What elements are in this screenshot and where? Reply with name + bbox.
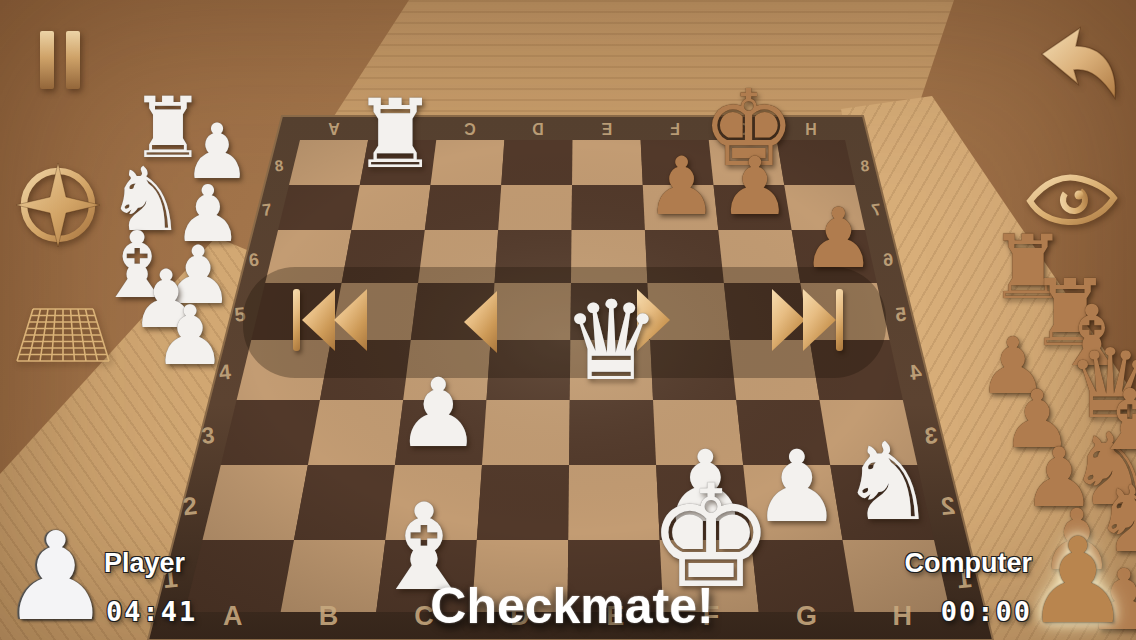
computer-clock: 00:00 bbox=[941, 598, 1032, 625]
eye-icon bbox=[1030, 178, 1114, 223]
computer-name: Computer bbox=[905, 550, 1033, 577]
square-a1[interactable] bbox=[185, 540, 294, 612]
square-e8[interactable] bbox=[572, 140, 643, 185]
chess-app-screen: AABBCCDDEEFFGGHH8877665544332211 ♜♚♟♟♟♛♟… bbox=[0, 0, 1136, 640]
square-h2[interactable] bbox=[830, 465, 934, 540]
square-h7[interactable] bbox=[784, 185, 865, 230]
compass-star-icon bbox=[16, 163, 100, 247]
undo-icon bbox=[1042, 28, 1115, 98]
square-c7[interactable] bbox=[425, 185, 501, 230]
square-g8[interactable] bbox=[709, 140, 785, 185]
eye-pupil-dot bbox=[1075, 191, 1084, 200]
square-g7[interactable] bbox=[714, 185, 792, 230]
square-b1[interactable] bbox=[281, 540, 386, 612]
square-e7[interactable] bbox=[572, 185, 645, 230]
undo-button[interactable] bbox=[1032, 20, 1124, 102]
compass-button[interactable] bbox=[13, 160, 103, 250]
square-g1[interactable] bbox=[751, 540, 854, 612]
square-b2[interactable] bbox=[294, 465, 395, 540]
board-2d-button[interactable] bbox=[15, 305, 111, 367]
square-d8[interactable] bbox=[501, 140, 572, 185]
pause-button[interactable] bbox=[40, 31, 98, 89]
square-g2[interactable] bbox=[743, 465, 842, 540]
gold-pawn-badge: ♟ bbox=[1025, 522, 1131, 640]
square-e2[interactable] bbox=[568, 465, 659, 540]
square-a8[interactable] bbox=[289, 140, 368, 185]
pause-icon bbox=[40, 31, 54, 89]
square-d3[interactable] bbox=[482, 400, 570, 465]
square-f2[interactable] bbox=[656, 465, 751, 540]
checkmate-banner: Checkmate! bbox=[430, 577, 713, 635]
white-pawn-badge: ♟ bbox=[1, 516, 110, 638]
square-a2[interactable] bbox=[203, 465, 308, 540]
board-2d-icon bbox=[17, 309, 109, 361]
square-c2[interactable] bbox=[385, 465, 482, 540]
square-a3[interactable] bbox=[221, 400, 320, 465]
square-a7[interactable] bbox=[278, 185, 360, 230]
square-b8[interactable] bbox=[360, 140, 436, 185]
square-b3[interactable] bbox=[308, 400, 403, 465]
square-f7[interactable] bbox=[643, 185, 719, 230]
square-c8[interactable] bbox=[431, 140, 505, 185]
eye-button[interactable] bbox=[1026, 174, 1118, 226]
square-d2[interactable] bbox=[477, 465, 569, 540]
square-e3[interactable] bbox=[569, 400, 656, 465]
pause-icon bbox=[66, 31, 80, 89]
player-clock: 04:41 bbox=[106, 598, 197, 625]
player-name: Player bbox=[104, 550, 185, 577]
square-g3[interactable] bbox=[736, 400, 830, 465]
square-f3[interactable] bbox=[653, 400, 743, 465]
square-b7[interactable] bbox=[351, 185, 430, 230]
skip-to-end-button[interactable] bbox=[836, 289, 843, 351]
square-d7[interactable] bbox=[498, 185, 572, 230]
eye-pupil bbox=[1059, 185, 1090, 216]
square-h8[interactable] bbox=[777, 140, 855, 185]
square-h3[interactable] bbox=[820, 400, 918, 465]
skip-to-start-button[interactable] bbox=[293, 289, 300, 351]
square-c3[interactable] bbox=[395, 400, 487, 465]
square-f8[interactable] bbox=[641, 140, 714, 185]
